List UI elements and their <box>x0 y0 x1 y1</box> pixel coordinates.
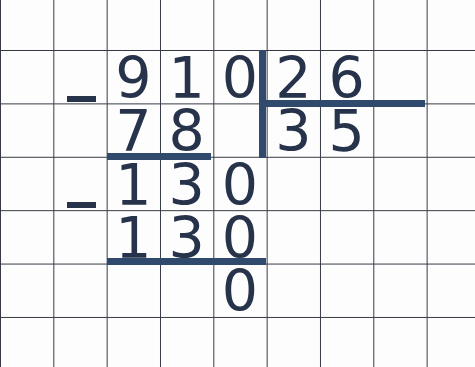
subtraction-underline-1 <box>107 153 211 160</box>
digit-cell-r4c2: 1 <box>107 211 160 264</box>
digit-cell-r2c6: 5 <box>320 104 373 157</box>
digit-cell-r1c6: 6 <box>320 51 373 104</box>
digit-cell-r2c3: 8 <box>160 104 213 157</box>
digit-cell-r3c4: 0 <box>213 158 266 211</box>
digit-cell-r1c3: 1 <box>160 51 213 104</box>
digit-cell-r3c2: 1 <box>107 158 160 211</box>
minus-sign-step2 <box>67 202 96 208</box>
division-bracket-horizontal <box>259 100 425 107</box>
subtraction-underline-2 <box>107 258 266 265</box>
long-division-grid: 9102678351301300 <box>0 0 475 367</box>
digit-cell-r3c3: 3 <box>160 158 213 211</box>
digit-cell-r5c4: 0 <box>213 265 266 318</box>
digit-cell-r2c5: 3 <box>267 104 320 157</box>
digit-cell-r1c2: 9 <box>107 51 160 104</box>
minus-sign-step1 <box>67 96 96 102</box>
digit-cell-r2c2: 7 <box>107 104 160 157</box>
digit-cell-r4c3: 3 <box>160 211 213 264</box>
digit-cell-r1c5: 2 <box>267 51 320 104</box>
digit-cell-r4c4: 0 <box>213 211 266 264</box>
